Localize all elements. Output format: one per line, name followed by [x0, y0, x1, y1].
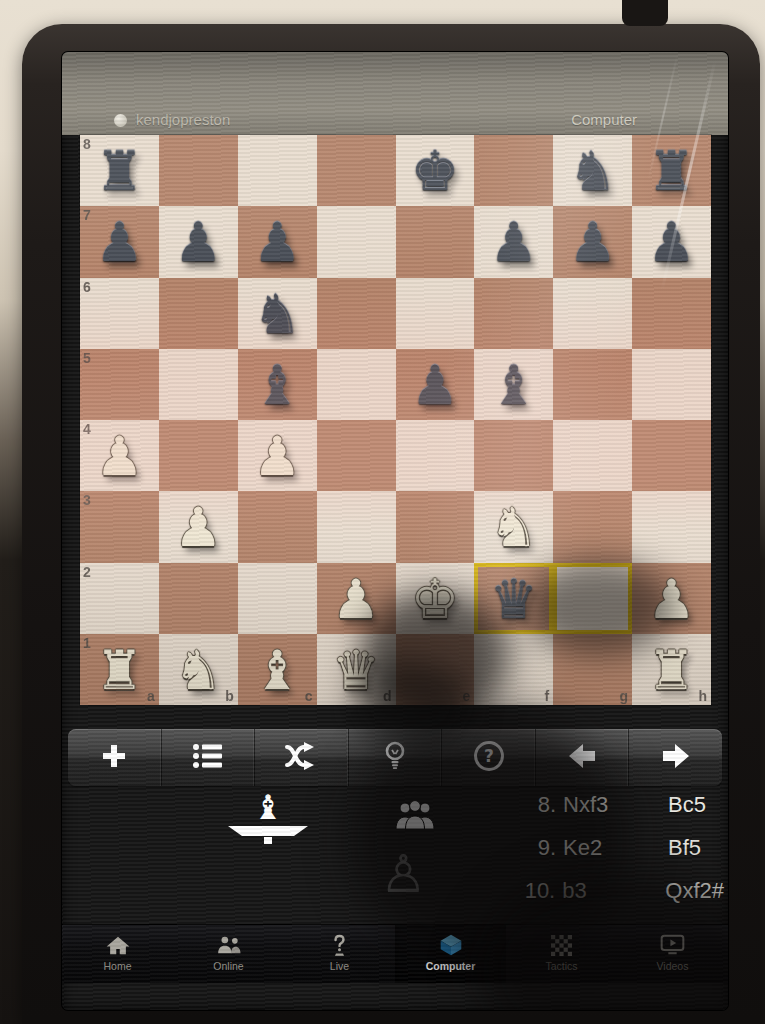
- tab-label: Online: [213, 960, 243, 972]
- back-button[interactable]: [536, 729, 630, 786]
- square-e1[interactable]: e: [396, 634, 475, 705]
- piece-black-bishop: ♝: [238, 349, 317, 420]
- piece-black-pawn: ♟: [159, 206, 238, 277]
- tab-bar: HomeOnlineLiveComputerTacticsVideos: [62, 924, 728, 983]
- square-b8[interactable]: [159, 135, 238, 206]
- tab-label: Videos: [657, 960, 689, 972]
- bishop-piece-icon: ♝: [222, 790, 314, 824]
- tab-live[interactable]: Live: [284, 925, 395, 983]
- move-list-button[interactable]: [162, 729, 256, 786]
- piece-white-knight: ♞: [474, 491, 553, 562]
- square-a2[interactable]: 2: [80, 563, 159, 634]
- toolbar: ?: [68, 729, 722, 786]
- square-d4[interactable]: [317, 420, 396, 491]
- square-h8[interactable]: ♜: [632, 135, 711, 206]
- square-f6[interactable]: [474, 278, 553, 349]
- piece-white-king: ♚: [396, 563, 475, 634]
- square-g4[interactable]: [553, 420, 632, 491]
- square-e5[interactable]: ♟: [396, 349, 475, 420]
- square-a8[interactable]: 8♜: [80, 135, 159, 206]
- file-label-h: h: [698, 688, 707, 704]
- svg-text:?: ?: [484, 746, 494, 766]
- piece-black-rook: ♜: [80, 135, 159, 206]
- tab-computer[interactable]: Computer: [395, 925, 506, 983]
- piece-black-pawn: ♟: [553, 206, 632, 277]
- square-g6[interactable]: [553, 278, 632, 349]
- rank-label-7: 7: [83, 207, 91, 223]
- people-icon: [392, 818, 438, 835]
- tab-label: Computer: [426, 960, 476, 972]
- square-e7[interactable]: [396, 206, 475, 277]
- file-label-e: e: [463, 688, 471, 704]
- shuffle-button[interactable]: [255, 729, 349, 786]
- arrow-left-icon: [566, 742, 598, 774]
- square-c1[interactable]: c♝: [238, 634, 317, 705]
- piece-black-bishop: ♝: [474, 349, 553, 420]
- move-white[interactable]: Ke2: [563, 835, 668, 861]
- square-e2[interactable]: ♚: [396, 563, 475, 634]
- rank-label-2: 2: [83, 564, 91, 580]
- tab-tactics[interactable]: Tactics: [506, 925, 617, 983]
- square-e4[interactable]: [396, 420, 475, 491]
- square-c4[interactable]: ♟: [238, 420, 317, 491]
- square-b4[interactable]: [159, 420, 238, 491]
- piece-black-pawn: ♟: [632, 206, 711, 277]
- move-row: 10.b3Qxf2#: [514, 878, 724, 904]
- square-f8[interactable]: [474, 135, 553, 206]
- square-f7[interactable]: ♟: [474, 206, 553, 277]
- square-d8[interactable]: [317, 135, 396, 206]
- add-button[interactable]: [68, 729, 162, 786]
- square-g8[interactable]: ♞: [553, 135, 632, 206]
- square-h2[interactable]: ♟: [632, 563, 711, 634]
- piece-black-knight: ♞: [553, 135, 632, 206]
- square-d2[interactable]: ♟: [317, 563, 396, 634]
- piece-black-knight: ♞: [238, 278, 317, 349]
- square-b5[interactable]: [159, 349, 238, 420]
- shuffle-icon: [283, 741, 319, 775]
- piece-black-pawn: ♟: [80, 206, 159, 277]
- square-g3[interactable]: [553, 491, 632, 562]
- square-h1[interactable]: h♜: [632, 634, 711, 705]
- videos-icon: [660, 932, 685, 958]
- square-b2[interactable]: [159, 563, 238, 634]
- move-black[interactable]: Bc5: [668, 792, 724, 818]
- rank-label-4: 4: [83, 421, 91, 437]
- move-number: 8.: [514, 792, 563, 818]
- piece-black-rook: ♜: [632, 135, 711, 206]
- square-c8[interactable]: [238, 135, 317, 206]
- square-g7[interactable]: ♟: [553, 206, 632, 277]
- rank-label-6: 6: [83, 279, 91, 295]
- square-h7[interactable]: ♟: [632, 206, 711, 277]
- file-label-c: c: [305, 688, 313, 704]
- tab-label: Tactics: [545, 960, 577, 972]
- file-label-d: d: [383, 688, 392, 704]
- live-icon: [330, 932, 349, 958]
- piece-black-pawn: ♟: [396, 349, 475, 420]
- app-header: kendjopreston Computer: [62, 52, 728, 135]
- computer-icon: [438, 932, 464, 958]
- square-c3[interactable]: [238, 491, 317, 562]
- move-white[interactable]: Nxf3: [563, 792, 668, 818]
- square-c5[interactable]: ♝: [238, 349, 317, 420]
- square-h4[interactable]: [632, 420, 711, 491]
- piece-white-pawn: ♟: [159, 491, 238, 562]
- square-b7[interactable]: ♟: [159, 206, 238, 277]
- rank-label-5: 5: [83, 350, 91, 366]
- move-white[interactable]: b3: [562, 878, 665, 904]
- square-b3[interactable]: ♟: [159, 491, 238, 562]
- square-f1[interactable]: f: [474, 634, 553, 705]
- square-c7[interactable]: ♟: [238, 206, 317, 277]
- tactics-icon: [551, 932, 572, 958]
- rank-label-8: 8: [83, 136, 91, 152]
- square-g5[interactable]: [553, 349, 632, 420]
- square-e3[interactable]: [396, 491, 475, 562]
- lightbulb-icon: [383, 740, 407, 776]
- piece-white-pawn: ♟: [632, 563, 711, 634]
- square-a6[interactable]: 6: [80, 278, 159, 349]
- move-list: 8.Nxf3Bc59.Ke2Bf510.b3Qxf2#: [514, 792, 724, 921]
- square-d6[interactable]: [317, 278, 396, 349]
- pieces-tray-button[interactable]: ♝: [222, 790, 314, 856]
- chess-board: 8♜♚♞♜7♟♟♟♟♟♟6♞5♝♟♝4♟♟3♟♞2♟♚♛♟1a♜b♞c♝d♛ef…: [80, 135, 711, 705]
- piece-black-pawn: ♟: [238, 206, 317, 277]
- photo-background: kendjopreston Computer 8♜♚♞♜7♟♟♟♟♟♟6♞5♝♟…: [0, 0, 765, 1024]
- player-status-dot: [114, 114, 127, 127]
- square-b6[interactable]: [159, 278, 238, 349]
- square-f3[interactable]: ♞: [474, 491, 553, 562]
- ghost-pawn-icon: ♙: [380, 844, 427, 904]
- piece-white-pawn: ♟: [317, 563, 396, 634]
- square-c6[interactable]: ♞: [238, 278, 317, 349]
- black-player-name: Computer: [571, 111, 637, 128]
- square-g2[interactable]: [553, 563, 632, 634]
- piece-black-king: ♚: [396, 135, 475, 206]
- help-button[interactable]: ?: [442, 729, 536, 786]
- move-number: 9.: [514, 835, 563, 861]
- square-h6[interactable]: [632, 278, 711, 349]
- piece-black-pawn: ♟: [474, 206, 553, 277]
- file-label-f: f: [545, 688, 550, 704]
- rank-label-3: 3: [83, 492, 91, 508]
- square-a3[interactable]: 3: [80, 491, 159, 562]
- case-notch: [622, 0, 668, 26]
- online-icon: [214, 932, 244, 958]
- hint-button[interactable]: [349, 729, 443, 786]
- list-icon: [191, 742, 225, 774]
- file-label-a: a: [147, 688, 155, 704]
- piece-white-pawn: ♟: [238, 420, 317, 491]
- square-h3[interactable]: [632, 491, 711, 562]
- rank-label-1: 1: [83, 635, 91, 651]
- players-button[interactable]: [392, 800, 438, 836]
- file-label-g: g: [620, 688, 629, 704]
- square-c2[interactable]: [238, 563, 317, 634]
- square-d3[interactable]: [317, 491, 396, 562]
- plus-icon: [98, 740, 130, 776]
- move-number: 10.: [514, 878, 562, 904]
- home-icon: [104, 932, 132, 958]
- square-d1[interactable]: d♛: [317, 634, 396, 705]
- move-row: 9.Ke2Bf5: [514, 835, 724, 861]
- square-e6[interactable]: [396, 278, 475, 349]
- piece-black-queen: ♛: [474, 563, 553, 634]
- square-b1[interactable]: b♞: [159, 634, 238, 705]
- move-black[interactable]: Bf5: [668, 835, 724, 861]
- tab-home[interactable]: Home: [62, 925, 173, 983]
- square-a1[interactable]: 1a♜: [80, 634, 159, 705]
- square-e8[interactable]: ♚: [396, 135, 475, 206]
- tab-videos[interactable]: Videos: [617, 925, 728, 983]
- question-icon: ?: [473, 740, 505, 776]
- tab-label: Live: [330, 960, 349, 972]
- square-f4[interactable]: [474, 420, 553, 491]
- square-f5[interactable]: ♝: [474, 349, 553, 420]
- square-h5[interactable]: [632, 349, 711, 420]
- piece-white-pawn: ♟: [80, 420, 159, 491]
- square-a5[interactable]: 5: [80, 349, 159, 420]
- square-a7[interactable]: 7♟: [80, 206, 159, 277]
- tablet-screen: kendjopreston Computer 8♜♚♞♜7♟♟♟♟♟♟6♞5♝♟…: [62, 52, 728, 1010]
- tab-online[interactable]: Online: [173, 925, 284, 983]
- forward-button[interactable]: [629, 729, 722, 786]
- tab-label: Home: [103, 960, 131, 972]
- square-a4[interactable]: 4♟: [80, 420, 159, 491]
- arrow-right-icon: [660, 742, 692, 774]
- square-d5[interactable]: [317, 349, 396, 420]
- square-g1[interactable]: g: [553, 634, 632, 705]
- file-label-b: b: [225, 688, 234, 704]
- square-d7[interactable]: [317, 206, 396, 277]
- move-row: 8.Nxf3Bc5: [514, 792, 724, 818]
- move-black[interactable]: Qxf2#: [665, 878, 724, 904]
- white-player-name: kendjopreston: [136, 111, 230, 128]
- square-f2[interactable]: ♛: [474, 563, 553, 634]
- tray-icon: [226, 824, 310, 846]
